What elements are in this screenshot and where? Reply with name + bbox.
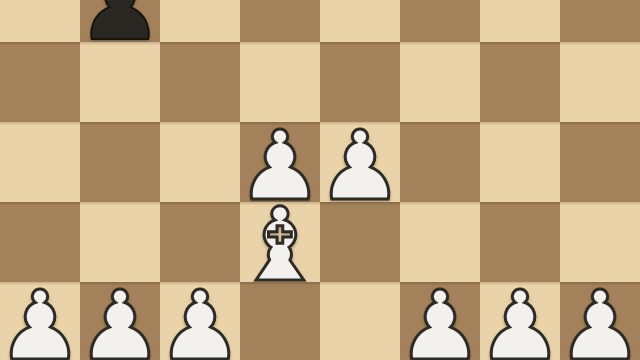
square-g6[interactable] xyxy=(480,0,560,42)
piece-white-bishop-d3[interactable]: ♝ xyxy=(240,205,320,285)
square-h2[interactable]: ♟ xyxy=(560,282,640,360)
square-f2[interactable]: ♟ xyxy=(400,282,480,360)
piece-white-pawn-e4[interactable]: ♟ xyxy=(320,126,400,206)
piece-white-pawn-c2[interactable]: ♟ xyxy=(160,286,240,360)
square-f4[interactable] xyxy=(400,122,480,202)
square-h6[interactable] xyxy=(560,0,640,42)
square-g4[interactable] xyxy=(480,122,560,202)
piece-white-pawn-a2[interactable]: ♟ xyxy=(0,286,80,360)
square-g5[interactable] xyxy=(480,42,560,122)
piece-white-pawn-f2[interactable]: ♟ xyxy=(400,286,480,360)
square-f5[interactable] xyxy=(400,42,480,122)
square-e4[interactable]: ♟ xyxy=(320,122,400,202)
chess-board: ♟♟♟♝♟♟♟♟♟♟ xyxy=(0,0,640,360)
square-f6[interactable] xyxy=(400,0,480,42)
square-c6[interactable] xyxy=(160,0,240,42)
piece-white-pawn-b2[interactable]: ♟ xyxy=(80,286,160,360)
square-b2[interactable]: ♟ xyxy=(80,282,160,360)
piece-white-pawn-g2[interactable]: ♟ xyxy=(480,286,560,360)
square-d6[interactable] xyxy=(240,0,320,42)
square-b4[interactable] xyxy=(80,122,160,202)
chess-board-viewport: ♟♟♟♝♟♟♟♟♟♟ xyxy=(0,0,640,360)
square-e2[interactable] xyxy=(320,282,400,360)
square-c4[interactable] xyxy=(160,122,240,202)
piece-white-pawn-h2[interactable]: ♟ xyxy=(560,286,640,360)
square-a6[interactable] xyxy=(0,0,80,42)
square-b5[interactable] xyxy=(80,42,160,122)
square-e6[interactable] xyxy=(320,0,400,42)
square-d3[interactable]: ♝ xyxy=(240,202,320,282)
square-c2[interactable]: ♟ xyxy=(160,282,240,360)
square-a2[interactable]: ♟ xyxy=(0,282,80,360)
square-a5[interactable] xyxy=(0,42,80,122)
square-a4[interactable] xyxy=(0,122,80,202)
square-h5[interactable] xyxy=(560,42,640,122)
square-c5[interactable] xyxy=(160,42,240,122)
square-b6[interactable]: ♟ xyxy=(80,0,160,42)
square-e3[interactable] xyxy=(320,202,400,282)
piece-black-pawn-b6[interactable]: ♟ xyxy=(80,0,160,46)
square-g2[interactable]: ♟ xyxy=(480,282,560,360)
square-d2[interactable] xyxy=(240,282,320,360)
square-h4[interactable] xyxy=(560,122,640,202)
